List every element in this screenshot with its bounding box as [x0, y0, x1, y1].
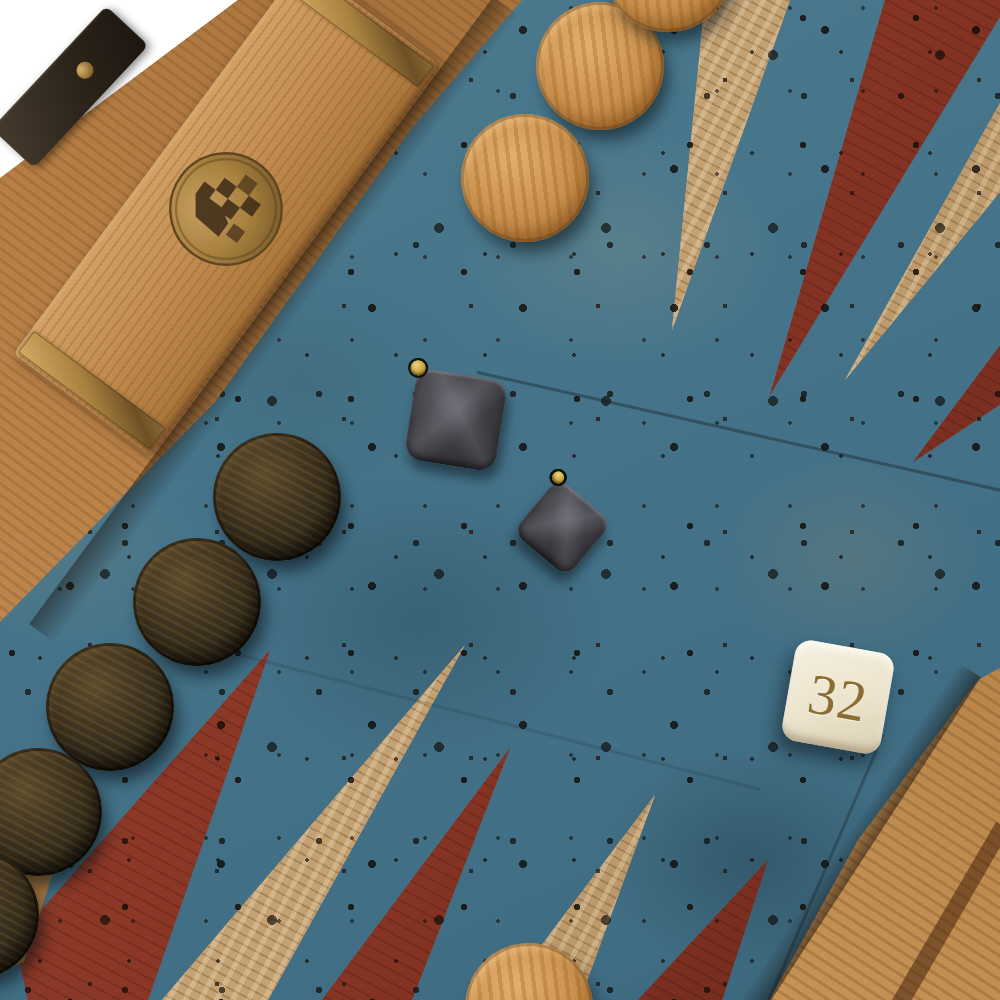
- doubling-cube[interactable]: 32: [780, 638, 896, 756]
- checker-light[interactable]: [461, 114, 589, 242]
- checker-dark[interactable]: [133, 538, 261, 666]
- die-black-pearl[interactable]: [403, 367, 508, 472]
- die-face: [403, 367, 508, 472]
- checker-dark[interactable]: [0, 748, 102, 876]
- doubling-cube-value: 32: [804, 664, 872, 730]
- pieces-layer: [0, 0, 1000, 1000]
- backgammon-photo: 32: [0, 0, 1000, 1000]
- checker-light[interactable]: [465, 943, 593, 1000]
- checker-dark[interactable]: [213, 433, 341, 561]
- checker-dark[interactable]: [46, 643, 174, 771]
